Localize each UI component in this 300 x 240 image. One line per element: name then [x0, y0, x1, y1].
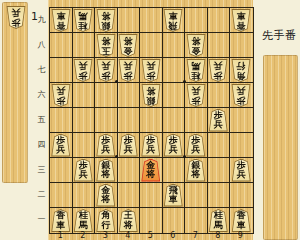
shogi-piece-sente[interactable]: 銀将	[141, 84, 161, 107]
board-square[interactable]	[208, 83, 231, 108]
piece-face: 飛車	[164, 185, 182, 206]
board-square[interactable]	[140, 108, 163, 133]
board-square[interactable]: 歩兵	[95, 133, 118, 158]
file-label: 4	[117, 232, 140, 240]
shogi-piece-gote[interactable]: 香車	[231, 209, 251, 232]
shogi-piece-sente[interactable]: 歩兵	[186, 84, 206, 107]
board-square[interactable]	[118, 8, 141, 33]
board-square[interactable]: 銀将	[140, 83, 163, 108]
piece-face: 銀将	[187, 160, 205, 181]
file-label: 6	[162, 232, 185, 240]
shogi-piece-sente[interactable]: 歩兵	[141, 59, 161, 82]
board-square[interactable]	[95, 108, 118, 133]
rank-label: 三	[36, 157, 47, 182]
shogi-piece-gote[interactable]: 歩兵	[118, 134, 138, 157]
board-square[interactable]: 歩兵	[118, 133, 141, 158]
shogi-diagram: 歩兵 1 九八七六五四三二一 香車桂馬銀将飛車香車玉将金将金将歩兵歩兵歩兵歩兵桂…	[0, 0, 300, 240]
board-square[interactable]: 歩兵	[230, 158, 253, 183]
rank-label: 二	[36, 182, 47, 207]
shogi-piece-sente[interactable]: 玉将	[96, 34, 116, 57]
piece-face: 香車	[52, 210, 70, 231]
star-point	[183, 80, 186, 83]
rank-label: 一	[36, 207, 47, 232]
piece-face: 金将	[187, 35, 205, 56]
shogi-piece-gote[interactable]: 香車	[51, 209, 71, 232]
piece-face: 歩兵	[232, 160, 250, 181]
board-square[interactable]	[163, 158, 186, 183]
board-square[interactable]: 歩兵	[118, 58, 141, 83]
piece-face: 金将	[97, 185, 115, 206]
piece-face: 歩兵	[119, 60, 137, 81]
board-square[interactable]: 香車	[230, 8, 253, 33]
shogi-piece-gote[interactable]: 歩兵	[231, 159, 251, 182]
board-square[interactable]: 銀将	[95, 158, 118, 183]
piece-face: 歩兵	[7, 7, 25, 28]
board-square[interactable]	[50, 58, 73, 83]
shogi-piece-sente[interactable]: 桂馬	[73, 9, 93, 32]
rank-label: 六	[36, 82, 47, 107]
board-square[interactable]	[185, 183, 208, 208]
board-square[interactable]	[163, 108, 186, 133]
shogi-piece-sente[interactable]: 歩兵	[51, 84, 71, 107]
board-square[interactable]	[208, 183, 231, 208]
rank-labels: 九八七六五四三二一	[36, 7, 47, 232]
board-square[interactable]: 桂馬	[73, 208, 96, 233]
piece-face: 金将	[119, 35, 137, 56]
shogi-piece-gote[interactable]: 王将	[118, 209, 138, 232]
board-square[interactable]: 歩兵	[185, 133, 208, 158]
piece-face: 香車	[52, 10, 70, 31]
shogi-piece-sente[interactable]: 香車	[231, 9, 251, 32]
board-square[interactable]: 桂馬	[208, 208, 231, 233]
board-grid: 香車桂馬銀将飛車香車玉将金将金将歩兵歩兵歩兵歩兵桂馬歩兵角行歩兵銀将歩兵歩兵歩兵…	[49, 7, 254, 234]
board-square[interactable]: 銀将	[95, 8, 118, 33]
board-square[interactable]	[73, 83, 96, 108]
board-square[interactable]: 歩兵	[163, 133, 186, 158]
board-square[interactable]: 桂馬	[185, 58, 208, 83]
piece-face: 歩兵	[97, 135, 115, 156]
rank-label: 四	[36, 132, 47, 157]
piece-face: 香車	[232, 10, 250, 31]
board-square[interactable]	[73, 183, 96, 208]
board-square[interactable]	[95, 83, 118, 108]
board-square[interactable]: 歩兵	[140, 133, 163, 158]
shogi-piece-sente[interactable]: 金将	[186, 34, 206, 57]
file-label: 1	[49, 232, 72, 240]
shogi-piece-gote[interactable]: 歩兵	[208, 109, 228, 132]
shogi-piece-gote[interactable]: 金将	[96, 184, 116, 207]
board-square[interactable]: 歩兵	[208, 58, 231, 83]
piece-face: 桂馬	[187, 60, 205, 81]
shogi-piece-sente[interactable]: 歩兵	[6, 6, 26, 29]
piece-face: 歩兵	[97, 60, 115, 81]
shogi-piece-sente[interactable]: 桂馬	[186, 59, 206, 82]
board-square[interactable]	[118, 183, 141, 208]
board-square[interactable]: 歩兵	[73, 58, 96, 83]
board-square[interactable]	[118, 158, 141, 183]
board-square[interactable]: 歩兵	[73, 158, 96, 183]
shogi-piece-sente[interactable]: 角行	[231, 59, 251, 82]
sente-hand-tray: 歩兵	[2, 2, 28, 183]
shogi-piece-sente[interactable]: 歩兵	[231, 84, 251, 107]
piece-face: 歩兵	[187, 135, 205, 156]
board-square[interactable]	[140, 183, 163, 208]
piece-face: 歩兵	[232, 85, 250, 106]
board-square[interactable]: 玉将	[95, 33, 118, 58]
board-square[interactable]	[50, 158, 73, 183]
piece-face: 歩兵	[187, 85, 205, 106]
board-square[interactable]: 歩兵	[50, 83, 73, 108]
board-square[interactable]	[73, 33, 96, 58]
piece-face: 歩兵	[209, 60, 227, 81]
piece-face: 歩兵	[142, 135, 160, 156]
board-square[interactable]: 金将	[95, 183, 118, 208]
board-square[interactable]: 歩兵	[185, 83, 208, 108]
shogi-piece-gote[interactable]: 銀将	[96, 159, 116, 182]
board-square[interactable]: 角行	[230, 58, 253, 83]
board-square[interactable]: 金将	[140, 158, 163, 183]
file-label: 5	[139, 232, 162, 240]
board-square[interactable]: 歩兵	[95, 58, 118, 83]
rank-label: 八	[36, 32, 47, 57]
piece-face: 角行	[232, 60, 250, 81]
file-label: 7	[184, 232, 207, 240]
board-square[interactable]: 歩兵	[140, 58, 163, 83]
board-square[interactable]	[208, 133, 231, 158]
shogi-piece-gote[interactable]: 歩兵	[141, 134, 161, 157]
shogi-piece-gote[interactable]: 歩兵	[51, 134, 71, 157]
board-square[interactable]	[163, 208, 186, 233]
shogi-piece-gote[interactable]: 桂馬	[73, 209, 93, 232]
board-square[interactable]	[208, 8, 231, 33]
board-square[interactable]: 飛車	[163, 183, 186, 208]
piece-face: 金将	[142, 160, 160, 181]
file-label: 9	[229, 232, 252, 240]
shogi-piece-gote[interactable]: 歩兵	[163, 134, 183, 157]
file-label: 3	[94, 232, 117, 240]
rank-label: 七	[36, 57, 47, 82]
board-square[interactable]: 香車	[230, 208, 253, 233]
shogi-board: 香車桂馬銀将飛車香車玉将金将金将歩兵歩兵歩兵歩兵桂馬歩兵角行歩兵銀将歩兵歩兵歩兵…	[48, 0, 253, 240]
piece-face: 桂馬	[209, 210, 227, 231]
rank-label: 五	[36, 107, 47, 132]
shogi-piece-gote[interactable]: 桂馬	[208, 209, 228, 232]
board-square[interactable]	[163, 58, 186, 83]
shogi-piece-gote[interactable]: 歩兵	[73, 159, 93, 182]
board-square[interactable]	[185, 108, 208, 133]
shogi-piece-gote[interactable]: 角行	[96, 209, 116, 232]
shogi-piece-sente[interactable]: 香車	[51, 9, 71, 32]
piece-face: 玉将	[97, 35, 115, 56]
shogi-piece-sente[interactable]: 金将	[118, 34, 138, 57]
shogi-piece-sente[interactable]: 歩兵	[73, 59, 93, 82]
shogi-piece-sente[interactable]: 飛車	[163, 9, 183, 32]
board-square[interactable]: 香車	[50, 8, 73, 33]
piece-face: 角行	[97, 210, 115, 231]
piece-face: 歩兵	[52, 85, 70, 106]
board-square[interactable]: 金将	[185, 33, 208, 58]
piece-face: 銀将	[97, 160, 115, 181]
board-square[interactable]	[118, 83, 141, 108]
board-square[interactable]: 銀将	[185, 158, 208, 183]
board-square[interactable]: 角行	[95, 208, 118, 233]
board-square[interactable]	[230, 133, 253, 158]
board-square[interactable]	[118, 108, 141, 133]
file-label: 2	[72, 232, 95, 240]
shogi-piece-gote-highlighted[interactable]: 金将	[141, 159, 161, 182]
board-square[interactable]	[73, 108, 96, 133]
board-square[interactable]	[208, 158, 231, 183]
board-square[interactable]	[140, 33, 163, 58]
board-square[interactable]	[73, 133, 96, 158]
board-square[interactable]: 王将	[118, 208, 141, 233]
board-square[interactable]: 金将	[118, 33, 141, 58]
board-square[interactable]	[50, 183, 73, 208]
shogi-piece-gote[interactable]: 銀将	[186, 159, 206, 182]
board-square[interactable]: 桂馬	[73, 8, 96, 33]
board-square[interactable]	[140, 208, 163, 233]
star-point	[183, 155, 186, 158]
shogi-piece-gote[interactable]: 歩兵	[186, 134, 206, 157]
board-square[interactable]	[163, 83, 186, 108]
piece-face: 歩兵	[74, 60, 92, 81]
board-square[interactable]: 歩兵	[50, 133, 73, 158]
board-square[interactable]	[140, 8, 163, 33]
turn-indicator: 先手番	[262, 28, 300, 43]
board-square[interactable]	[230, 183, 253, 208]
piece-face: 桂馬	[74, 10, 92, 31]
shogi-piece-sente[interactable]: 歩兵	[118, 59, 138, 82]
board-square[interactable]: 飛車	[163, 8, 186, 33]
star-point	[115, 155, 118, 158]
shogi-piece-sente[interactable]: 歩兵	[96, 59, 116, 82]
board-square[interactable]: 歩兵	[208, 108, 231, 133]
shogi-piece-gote[interactable]: 歩兵	[96, 134, 116, 157]
board-square[interactable]	[50, 33, 73, 58]
piece-face: 歩兵	[209, 110, 227, 131]
piece-face: 歩兵	[52, 135, 70, 156]
board-square[interactable]	[50, 108, 73, 133]
piece-face: 歩兵	[74, 160, 92, 181]
board-square[interactable]: 歩兵	[230, 83, 253, 108]
piece-face: 歩兵	[142, 60, 160, 81]
file-labels: 123456789	[49, 232, 252, 240]
piece-face: 香車	[232, 210, 250, 231]
piece-face: 銀将	[97, 10, 115, 31]
board-square[interactable]	[230, 33, 253, 58]
piece-face: 歩兵	[119, 135, 137, 156]
board-square[interactable]	[185, 208, 208, 233]
board-square[interactable]	[163, 33, 186, 58]
star-point	[115, 80, 118, 83]
piece-face: 歩兵	[164, 135, 182, 156]
shogi-piece-sente[interactable]: 歩兵	[208, 59, 228, 82]
piece-face: 飛車	[164, 10, 182, 31]
board-square[interactable]	[230, 108, 253, 133]
shogi-piece-sente[interactable]: 銀将	[96, 9, 116, 32]
rank-label: 九	[36, 7, 47, 32]
board-square[interactable]: 香車	[50, 208, 73, 233]
shogi-piece-gote[interactable]: 飛車	[163, 184, 183, 207]
piece-face: 銀将	[142, 85, 160, 106]
piece-face: 王将	[119, 210, 137, 231]
piece-face: 桂馬	[74, 210, 92, 231]
file-label: 8	[207, 232, 230, 240]
gote-hand-tray	[263, 55, 298, 240]
board-square[interactable]	[208, 33, 231, 58]
board-square[interactable]	[185, 8, 208, 33]
